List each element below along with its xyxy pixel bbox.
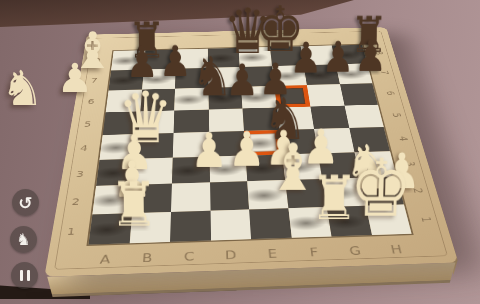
pause-icon xyxy=(20,270,30,281)
square-d2[interactable] xyxy=(210,181,249,210)
rank-label-1: 1 xyxy=(419,216,435,222)
game-scene: ♜♛♚♜♟♟♟♟♟♞♟♟♛♞♟♟♟♟♟♟♝♞♟♜♜♚ ABCDEFGH 8765… xyxy=(0,0,480,304)
square-c6[interactable]: ♞ xyxy=(174,88,208,110)
square-c2[interactable] xyxy=(171,182,210,211)
square-h5[interactable] xyxy=(344,104,384,128)
square-e1[interactable] xyxy=(249,208,291,239)
square-c3[interactable]: ♟ xyxy=(172,156,210,183)
rank-label-5: 5 xyxy=(390,112,404,117)
captured-white-knight-icon: ♞ xyxy=(1,64,44,112)
rank-label-4: 4 xyxy=(80,143,89,152)
square-d1[interactable] xyxy=(210,209,251,240)
rank-label-1: 1 xyxy=(66,225,76,236)
squares-grid: ♜♛♚♜♟♟♟♟♟♞♟♟♛♞♟♟♟♟♟♟♝♞♟♜♜♚ xyxy=(86,44,413,246)
piece-set-button[interactable]: ♞ xyxy=(10,226,37,253)
square-c1[interactable] xyxy=(170,210,211,241)
captured-white-pawn-icon: ♟ xyxy=(57,58,93,98)
square-f1[interactable]: ♜ xyxy=(288,207,332,238)
pause-button[interactable] xyxy=(11,262,38,289)
undo-icon: ↺ xyxy=(18,193,32,213)
rank-label-4: 4 xyxy=(396,136,410,141)
rank-label-5: 5 xyxy=(84,120,92,128)
rank-label-2: 2 xyxy=(71,196,80,206)
undo-button[interactable]: ↺ xyxy=(12,189,39,216)
knight-icon: ♞ xyxy=(16,230,30,249)
square-a1[interactable]: ♜ xyxy=(88,213,131,245)
square-e2[interactable]: ♝ xyxy=(247,180,288,209)
